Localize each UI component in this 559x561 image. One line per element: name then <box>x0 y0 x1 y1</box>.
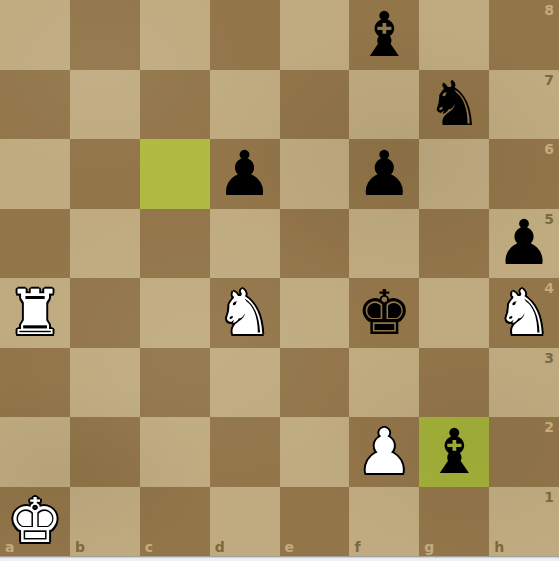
square-h3[interactable]: 3 <box>489 348 559 418</box>
square-h1[interactable]: 1h <box>489 487 559 557</box>
rank-label-7: 7 <box>544 73 554 87</box>
rank-label-6: 6 <box>544 142 554 156</box>
square-e7[interactable] <box>280 70 350 140</box>
square-f5[interactable] <box>349 209 419 279</box>
square-a4[interactable]: ♜ <box>0 278 70 348</box>
white-knight-d4[interactable]: ♞ <box>210 278 280 348</box>
rank-label-8: 8 <box>544 3 554 17</box>
square-h5[interactable]: 5♟ <box>489 209 559 279</box>
page-background-strip <box>0 556 559 561</box>
square-c8[interactable] <box>140 0 210 70</box>
square-d5[interactable] <box>210 209 280 279</box>
square-d7[interactable] <box>210 70 280 140</box>
square-f2[interactable]: ♟ <box>349 417 419 487</box>
square-c7[interactable] <box>140 70 210 140</box>
rank-label-2: 2 <box>544 420 554 434</box>
white-rook-a4[interactable]: ♜ <box>0 278 70 348</box>
file-label-h: h <box>494 540 504 554</box>
square-a8[interactable] <box>0 0 70 70</box>
file-label-a: a <box>5 540 14 554</box>
black-pawn-d6[interactable]: ♟ <box>210 139 280 209</box>
black-bishop-g2[interactable]: ♝ <box>419 417 489 487</box>
black-knight-g7[interactable]: ♞ <box>419 70 489 140</box>
square-c5[interactable] <box>140 209 210 279</box>
file-label-e: e <box>285 540 295 554</box>
square-f1[interactable]: f <box>349 487 419 557</box>
square-h7[interactable]: 7 <box>489 70 559 140</box>
file-label-f: f <box>354 540 360 554</box>
square-c4[interactable] <box>140 278 210 348</box>
square-a6[interactable] <box>0 139 70 209</box>
square-b7[interactable] <box>70 70 140 140</box>
square-b2[interactable] <box>70 417 140 487</box>
square-c6[interactable] <box>140 139 210 209</box>
square-c1[interactable]: c <box>140 487 210 557</box>
black-king-f4[interactable]: ♚ <box>349 278 419 348</box>
square-a7[interactable] <box>0 70 70 140</box>
square-d2[interactable] <box>210 417 280 487</box>
square-g7[interactable]: ♞ <box>419 70 489 140</box>
square-c3[interactable] <box>140 348 210 418</box>
rank-label-3: 3 <box>544 351 554 365</box>
square-g8[interactable] <box>419 0 489 70</box>
square-g3[interactable] <box>419 348 489 418</box>
square-e4[interactable] <box>280 278 350 348</box>
square-g5[interactable] <box>419 209 489 279</box>
square-g6[interactable] <box>419 139 489 209</box>
square-e8[interactable] <box>280 0 350 70</box>
square-a1[interactable]: a♚ <box>0 487 70 557</box>
square-b6[interactable] <box>70 139 140 209</box>
white-pawn-f2[interactable]: ♟ <box>349 417 419 487</box>
square-e5[interactable] <box>280 209 350 279</box>
square-d6[interactable]: ♟ <box>210 139 280 209</box>
square-h8[interactable]: 8 <box>489 0 559 70</box>
chess-app-page: ♝8♞7♟♟65♟♜♞♚4♞3♟♝2a♚bcdefg1h <box>0 0 559 561</box>
square-b4[interactable] <box>70 278 140 348</box>
square-h2[interactable]: 2 <box>489 417 559 487</box>
square-d3[interactable] <box>210 348 280 418</box>
square-a3[interactable] <box>0 348 70 418</box>
rank-label-5: 5 <box>544 212 554 226</box>
square-h6[interactable]: 6 <box>489 139 559 209</box>
chess-board: ♝8♞7♟♟65♟♜♞♚4♞3♟♝2a♚bcdefg1h <box>0 0 559 556</box>
square-a5[interactable] <box>0 209 70 279</box>
square-g2[interactable]: ♝ <box>419 417 489 487</box>
file-label-d: d <box>215 540 225 554</box>
square-b3[interactable] <box>70 348 140 418</box>
square-f3[interactable] <box>349 348 419 418</box>
black-pawn-f6[interactable]: ♟ <box>349 139 419 209</box>
square-f8[interactable]: ♝ <box>349 0 419 70</box>
square-e2[interactable] <box>280 417 350 487</box>
square-h4[interactable]: 4♞ <box>489 278 559 348</box>
square-e3[interactable] <box>280 348 350 418</box>
square-f6[interactable]: ♟ <box>349 139 419 209</box>
square-e1[interactable]: e <box>280 487 350 557</box>
black-bishop-f8[interactable]: ♝ <box>349 0 419 70</box>
square-f7[interactable] <box>349 70 419 140</box>
file-label-c: c <box>145 540 153 554</box>
rank-label-4: 4 <box>544 281 554 295</box>
square-b8[interactable] <box>70 0 140 70</box>
file-label-b: b <box>75 540 85 554</box>
square-b5[interactable] <box>70 209 140 279</box>
file-label-g: g <box>424 540 434 554</box>
square-a2[interactable] <box>0 417 70 487</box>
square-f4[interactable]: ♚ <box>349 278 419 348</box>
square-b1[interactable]: b <box>70 487 140 557</box>
square-d8[interactable] <box>210 0 280 70</box>
square-c2[interactable] <box>140 417 210 487</box>
square-d4[interactable]: ♞ <box>210 278 280 348</box>
square-g1[interactable]: g <box>419 487 489 557</box>
square-g4[interactable] <box>419 278 489 348</box>
square-d1[interactable]: d <box>210 487 280 557</box>
square-e6[interactable] <box>280 139 350 209</box>
rank-label-1: 1 <box>544 490 554 504</box>
